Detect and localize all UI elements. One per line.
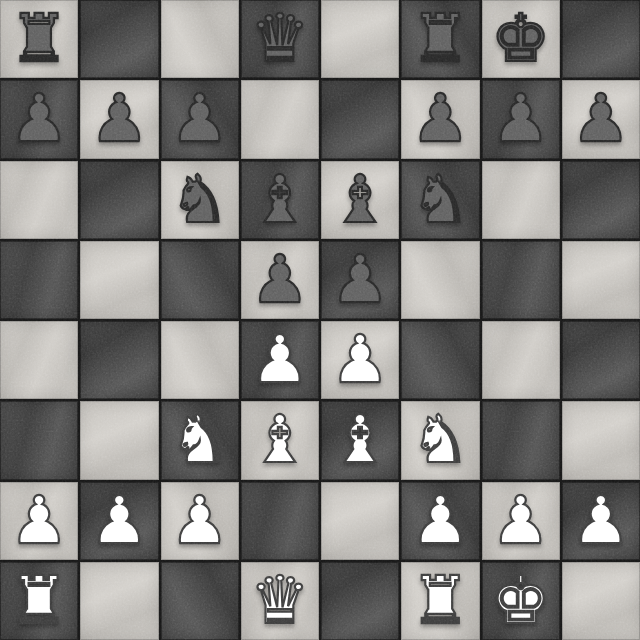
square-f2[interactable]: ♟ (401, 482, 479, 560)
square-g6[interactable] (482, 161, 560, 239)
square-h3[interactable] (562, 401, 640, 479)
black-pawn: ♟ (250, 241, 309, 319)
square-h2[interactable]: ♟ (562, 482, 640, 560)
square-c4[interactable] (161, 321, 239, 399)
square-a2[interactable]: ♟ (0, 482, 78, 560)
square-g1[interactable]: ♚ (482, 562, 560, 640)
square-f5[interactable] (401, 241, 479, 319)
black-pawn: ♟ (170, 80, 229, 158)
square-c8[interactable] (161, 0, 239, 78)
square-c1[interactable] (161, 562, 239, 640)
black-pawn: ♟ (10, 80, 69, 158)
square-c7[interactable]: ♟ (161, 80, 239, 158)
square-d6[interactable]: ♝ (241, 161, 319, 239)
square-f1[interactable]: ♜ (401, 562, 479, 640)
white-knight: ♞ (170, 401, 229, 479)
black-pawn: ♟ (571, 80, 630, 158)
white-bishop: ♝ (250, 401, 309, 479)
square-a7[interactable]: ♟ (0, 80, 78, 158)
black-knight: ♞ (411, 161, 470, 239)
square-g2[interactable]: ♟ (482, 482, 560, 560)
square-d1[interactable]: ♛ (241, 562, 319, 640)
square-e1[interactable] (321, 562, 399, 640)
black-pawn: ♟ (491, 80, 550, 158)
square-e6[interactable]: ♝ (321, 161, 399, 239)
square-e4[interactable]: ♟ (321, 321, 399, 399)
square-a4[interactable] (0, 321, 78, 399)
black-pawn: ♟ (331, 241, 390, 319)
square-c3[interactable]: ♞ (161, 401, 239, 479)
square-b2[interactable]: ♟ (80, 482, 158, 560)
square-f3[interactable]: ♞ (401, 401, 479, 479)
black-bishop: ♝ (331, 161, 390, 239)
white-knight: ♞ (411, 401, 470, 479)
white-pawn: ♟ (170, 482, 229, 560)
square-b7[interactable]: ♟ (80, 80, 158, 158)
square-c6[interactable]: ♞ (161, 161, 239, 239)
square-b1[interactable] (80, 562, 158, 640)
white-queen: ♛ (250, 562, 309, 640)
square-b8[interactable] (80, 0, 158, 78)
square-a1[interactable]: ♜ (0, 562, 78, 640)
square-e3[interactable]: ♝ (321, 401, 399, 479)
square-e5[interactable]: ♟ (321, 241, 399, 319)
square-f4[interactable] (401, 321, 479, 399)
square-g7[interactable]: ♟ (482, 80, 560, 158)
square-c5[interactable] (161, 241, 239, 319)
square-d8[interactable]: ♛ (241, 0, 319, 78)
square-f6[interactable]: ♞ (401, 161, 479, 239)
square-h7[interactable]: ♟ (562, 80, 640, 158)
black-bishop: ♝ (250, 161, 309, 239)
square-d4[interactable]: ♟ (241, 321, 319, 399)
white-rook: ♜ (411, 562, 470, 640)
square-h5[interactable] (562, 241, 640, 319)
square-h6[interactable] (562, 161, 640, 239)
white-pawn: ♟ (491, 482, 550, 560)
square-e8[interactable] (321, 0, 399, 78)
white-bishop: ♝ (331, 401, 390, 479)
square-b5[interactable] (80, 241, 158, 319)
square-b3[interactable] (80, 401, 158, 479)
square-d3[interactable]: ♝ (241, 401, 319, 479)
white-pawn: ♟ (250, 321, 309, 399)
white-pawn: ♟ (10, 482, 69, 560)
square-h4[interactable] (562, 321, 640, 399)
chess-board: ♜♛♜♚♟♟♟♟♟♟♞♝♝♞♟♟♟♟♞♝♝♞♟♟♟♟♟♟♜♛♜♚ (0, 0, 640, 640)
black-knight: ♞ (170, 161, 229, 239)
black-queen: ♛ (250, 0, 309, 78)
white-pawn: ♟ (571, 482, 630, 560)
square-d5[interactable]: ♟ (241, 241, 319, 319)
square-e7[interactable] (321, 80, 399, 158)
black-king: ♚ (491, 0, 550, 78)
white-rook: ♜ (10, 562, 69, 640)
white-pawn: ♟ (411, 482, 470, 560)
square-f7[interactable]: ♟ (401, 80, 479, 158)
black-rook: ♜ (411, 0, 470, 78)
square-h1[interactable] (562, 562, 640, 640)
square-g3[interactable] (482, 401, 560, 479)
square-b6[interactable] (80, 161, 158, 239)
square-b4[interactable] (80, 321, 158, 399)
square-h8[interactable] (562, 0, 640, 78)
square-f8[interactable]: ♜ (401, 0, 479, 78)
black-pawn: ♟ (90, 80, 149, 158)
square-g4[interactable] (482, 321, 560, 399)
square-a6[interactable] (0, 161, 78, 239)
square-d7[interactable] (241, 80, 319, 158)
square-a3[interactable] (0, 401, 78, 479)
square-a8[interactable]: ♜ (0, 0, 78, 78)
square-e2[interactable] (321, 482, 399, 560)
white-pawn: ♟ (331, 321, 390, 399)
square-c2[interactable]: ♟ (161, 482, 239, 560)
square-g5[interactable] (482, 241, 560, 319)
white-pawn: ♟ (90, 482, 149, 560)
square-g8[interactable]: ♚ (482, 0, 560, 78)
black-pawn: ♟ (411, 80, 470, 158)
black-rook: ♜ (10, 0, 69, 78)
white-king: ♚ (491, 562, 550, 640)
square-d2[interactable] (241, 482, 319, 560)
square-a5[interactable] (0, 241, 78, 319)
